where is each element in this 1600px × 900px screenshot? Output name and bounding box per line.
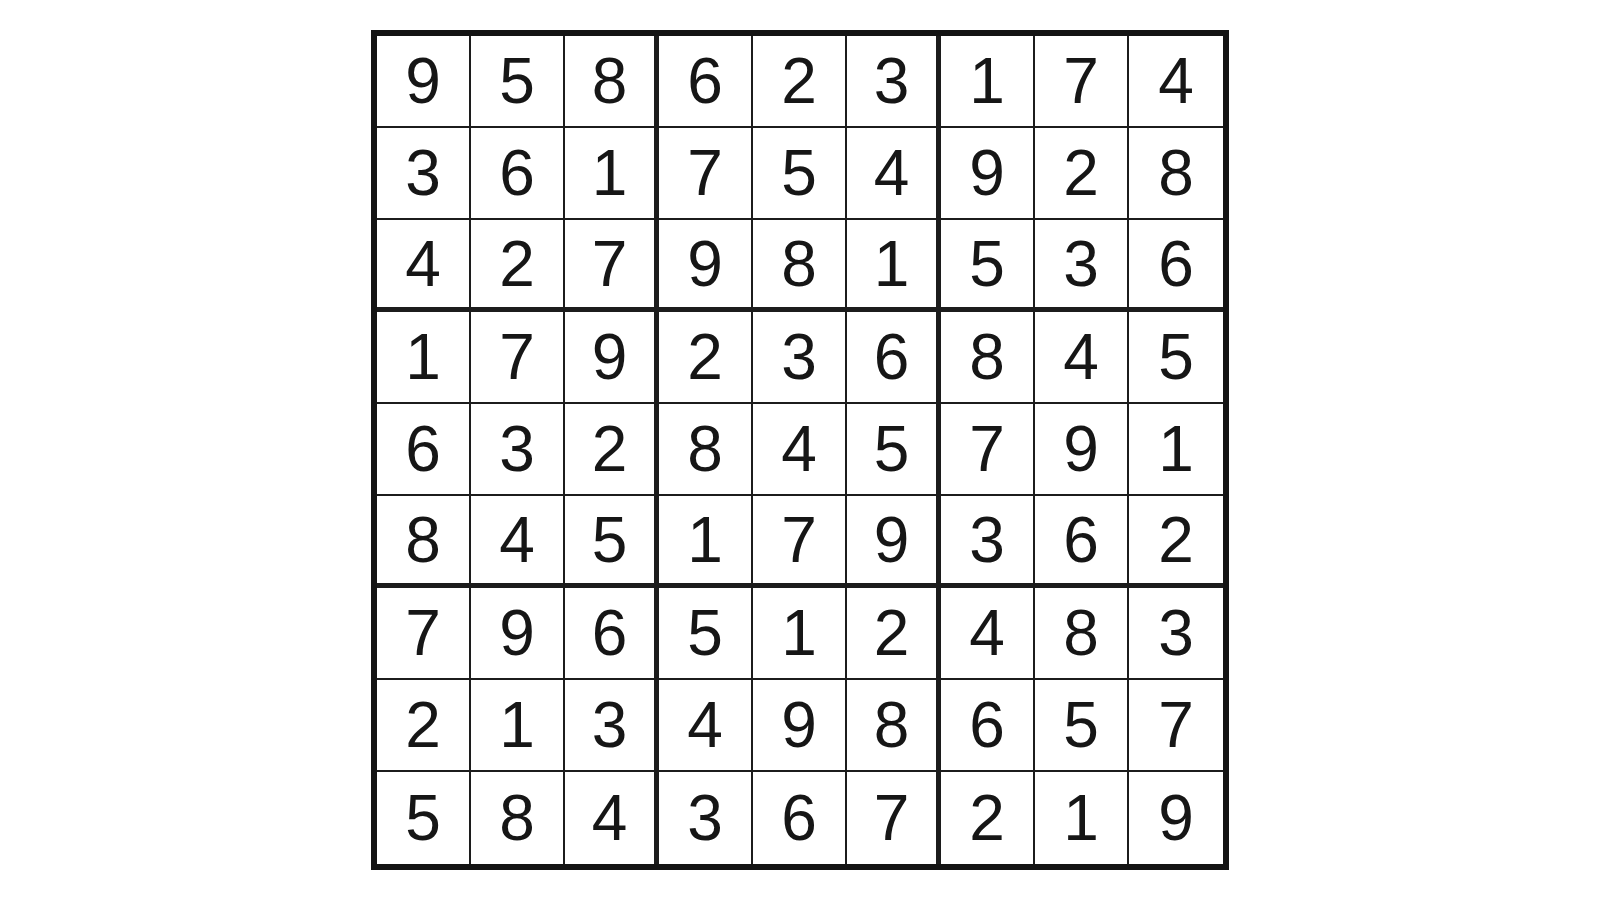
sudoku-cell-r4c6: 6 [847, 312, 941, 404]
sudoku-cell-r6c4: 1 [659, 496, 753, 588]
sudoku-cell-r8c6: 8 [847, 680, 941, 772]
sudoku-cell-r6c8: 6 [1035, 496, 1129, 588]
sudoku-cell-r1c1: 9 [377, 36, 471, 128]
sudoku-cell-r2c4: 7 [659, 128, 753, 220]
sudoku-cell-r8c1: 2 [377, 680, 471, 772]
sudoku-cell-r3c8: 3 [1035, 220, 1129, 312]
sudoku-cell-r4c9: 5 [1129, 312, 1223, 404]
sudoku-cell-r8c7: 6 [941, 680, 1035, 772]
sudoku-cell-r5c2: 3 [471, 404, 565, 496]
sudoku-cell-r1c3: 8 [565, 36, 659, 128]
sudoku-cell-r2c3: 1 [565, 128, 659, 220]
sudoku-cell-r3c6: 1 [847, 220, 941, 312]
sudoku-cell-r4c5: 3 [753, 312, 847, 404]
sudoku-cell-r1c7: 1 [941, 36, 1035, 128]
sudoku-cell-r2c2: 6 [471, 128, 565, 220]
sudoku-cell-r6c1: 8 [377, 496, 471, 588]
sudoku-cell-r5c1: 6 [377, 404, 471, 496]
sudoku-cell-r4c1: 1 [377, 312, 471, 404]
sudoku-board: 9586231743617549284279815361792368456328… [371, 30, 1229, 870]
sudoku-cell-r6c3: 5 [565, 496, 659, 588]
sudoku-cell-r2c7: 9 [941, 128, 1035, 220]
sudoku-cell-r6c6: 9 [847, 496, 941, 588]
sudoku-cell-r8c5: 9 [753, 680, 847, 772]
sudoku-cell-r7c1: 7 [377, 588, 471, 680]
sudoku-cell-r6c9: 2 [1129, 496, 1223, 588]
sudoku-cell-r4c3: 9 [565, 312, 659, 404]
sudoku-cell-r7c3: 6 [565, 588, 659, 680]
sudoku-cell-r2c1: 3 [377, 128, 471, 220]
sudoku-cell-r5c5: 4 [753, 404, 847, 496]
sudoku-cell-r1c6: 3 [847, 36, 941, 128]
sudoku-cell-r3c2: 2 [471, 220, 565, 312]
sudoku-cell-r3c4: 9 [659, 220, 753, 312]
sudoku-cell-r3c7: 5 [941, 220, 1035, 312]
sudoku-cell-r2c5: 5 [753, 128, 847, 220]
page-background: 9586231743617549284279815361792368456328… [0, 0, 1600, 900]
sudoku-cell-r1c5: 2 [753, 36, 847, 128]
sudoku-cell-r2c8: 2 [1035, 128, 1129, 220]
sudoku-cell-r7c5: 1 [753, 588, 847, 680]
sudoku-cell-r2c6: 4 [847, 128, 941, 220]
sudoku-cell-r9c7: 2 [941, 772, 1035, 864]
sudoku-cell-r3c5: 8 [753, 220, 847, 312]
sudoku-cell-r9c6: 7 [847, 772, 941, 864]
sudoku-cell-r4c4: 2 [659, 312, 753, 404]
sudoku-cell-r6c5: 7 [753, 496, 847, 588]
sudoku-cell-r5c7: 7 [941, 404, 1035, 496]
sudoku-cell-r8c9: 7 [1129, 680, 1223, 772]
sudoku-cell-r5c4: 8 [659, 404, 753, 496]
sudoku-cell-r1c9: 4 [1129, 36, 1223, 128]
sudoku-cell-r9c4: 3 [659, 772, 753, 864]
sudoku-cell-r1c2: 5 [471, 36, 565, 128]
sudoku-cell-r2c9: 8 [1129, 128, 1223, 220]
sudoku-cell-r6c7: 3 [941, 496, 1035, 588]
sudoku-cell-r3c9: 6 [1129, 220, 1223, 312]
sudoku-cell-r5c8: 9 [1035, 404, 1129, 496]
sudoku-cell-r8c4: 4 [659, 680, 753, 772]
sudoku-cell-r9c8: 1 [1035, 772, 1129, 864]
sudoku-cell-r7c2: 9 [471, 588, 565, 680]
sudoku-cell-r5c9: 1 [1129, 404, 1223, 496]
sudoku-cell-r7c6: 2 [847, 588, 941, 680]
sudoku-cell-r9c3: 4 [565, 772, 659, 864]
sudoku-cell-r7c8: 8 [1035, 588, 1129, 680]
sudoku-cell-r8c3: 3 [565, 680, 659, 772]
sudoku-cell-r5c3: 2 [565, 404, 659, 496]
sudoku-cell-r3c1: 4 [377, 220, 471, 312]
sudoku-cell-r7c4: 5 [659, 588, 753, 680]
sudoku-cell-r9c2: 8 [471, 772, 565, 864]
sudoku-cell-r7c7: 4 [941, 588, 1035, 680]
sudoku-cell-r8c2: 1 [471, 680, 565, 772]
sudoku-cell-r7c9: 3 [1129, 588, 1223, 680]
sudoku-cell-r4c8: 4 [1035, 312, 1129, 404]
sudoku-cell-r8c8: 5 [1035, 680, 1129, 772]
sudoku-cell-r9c1: 5 [377, 772, 471, 864]
sudoku-cell-r4c2: 7 [471, 312, 565, 404]
sudoku-cell-r6c2: 4 [471, 496, 565, 588]
sudoku-cell-r1c8: 7 [1035, 36, 1129, 128]
sudoku-cell-r4c7: 8 [941, 312, 1035, 404]
sudoku-cell-r1c4: 6 [659, 36, 753, 128]
sudoku-cell-r3c3: 7 [565, 220, 659, 312]
sudoku-cell-r5c6: 5 [847, 404, 941, 496]
sudoku-cell-r9c9: 9 [1129, 772, 1223, 864]
sudoku-cell-r9c5: 6 [753, 772, 847, 864]
